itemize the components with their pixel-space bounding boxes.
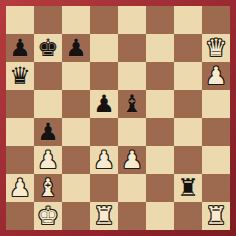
square-f6[interactable]: [146, 62, 174, 90]
piece-white-bishop[interactable]: ♝: [37, 174, 59, 202]
square-b3[interactable]: ♟: [34, 146, 62, 174]
piece-white-pawn[interactable]: ♟: [37, 146, 59, 174]
square-b1[interactable]: ♚: [34, 202, 62, 230]
piece-black-rook[interactable]: ♜: [177, 174, 199, 202]
square-g2[interactable]: ♜: [174, 174, 202, 202]
square-c5[interactable]: [62, 90, 90, 118]
square-f2[interactable]: [146, 174, 174, 202]
square-c8[interactable]: [62, 6, 90, 34]
square-d1[interactable]: ♜: [90, 202, 118, 230]
piece-black-pawn[interactable]: ♟: [93, 90, 115, 118]
square-g7[interactable]: [174, 34, 202, 62]
square-a1[interactable]: [6, 202, 34, 230]
square-c4[interactable]: [62, 118, 90, 146]
square-f3[interactable]: [146, 146, 174, 174]
square-f4[interactable]: [146, 118, 174, 146]
square-d3[interactable]: ♟: [90, 146, 118, 174]
square-b5[interactable]: [34, 90, 62, 118]
square-b4[interactable]: ♟: [34, 118, 62, 146]
square-g8[interactable]: [174, 6, 202, 34]
square-f8[interactable]: [146, 6, 174, 34]
square-d6[interactable]: [90, 62, 118, 90]
square-g3[interactable]: [174, 146, 202, 174]
piece-black-queen[interactable]: ♛: [9, 62, 31, 90]
piece-white-pawn[interactable]: ♟: [93, 146, 115, 174]
piece-white-rook[interactable]: ♜: [205, 202, 227, 230]
piece-black-king[interactable]: ♚: [37, 34, 59, 62]
square-c7[interactable]: ♟: [62, 34, 90, 62]
square-c1[interactable]: [62, 202, 90, 230]
square-h6[interactable]: ♟: [202, 62, 230, 90]
square-f7[interactable]: [146, 34, 174, 62]
piece-white-pawn[interactable]: ♟: [121, 146, 143, 174]
square-e2[interactable]: [118, 174, 146, 202]
square-g1[interactable]: [174, 202, 202, 230]
square-a6[interactable]: ♛: [6, 62, 34, 90]
square-g6[interactable]: [174, 62, 202, 90]
square-c3[interactable]: [62, 146, 90, 174]
square-b2[interactable]: ♝: [34, 174, 62, 202]
square-a2[interactable]: ♟: [6, 174, 34, 202]
square-d8[interactable]: [90, 6, 118, 34]
square-h3[interactable]: [202, 146, 230, 174]
square-e3[interactable]: ♟: [118, 146, 146, 174]
square-e7[interactable]: [118, 34, 146, 62]
square-h4[interactable]: [202, 118, 230, 146]
square-e1[interactable]: [118, 202, 146, 230]
square-h5[interactable]: [202, 90, 230, 118]
square-c6[interactable]: [62, 62, 90, 90]
square-e4[interactable]: [118, 118, 146, 146]
square-h2[interactable]: [202, 174, 230, 202]
square-b7[interactable]: ♚: [34, 34, 62, 62]
square-d7[interactable]: [90, 34, 118, 62]
square-a4[interactable]: [6, 118, 34, 146]
square-e6[interactable]: [118, 62, 146, 90]
piece-black-pawn[interactable]: ♟: [37, 118, 59, 146]
square-b6[interactable]: [34, 62, 62, 90]
piece-white-rook[interactable]: ♜: [93, 202, 115, 230]
square-a7[interactable]: ♟: [6, 34, 34, 62]
piece-black-pawn[interactable]: ♟: [65, 34, 87, 62]
square-h7[interactable]: ♛: [202, 34, 230, 62]
piece-white-king[interactable]: ♚: [37, 202, 59, 230]
square-f5[interactable]: [146, 90, 174, 118]
square-h1[interactable]: ♜: [202, 202, 230, 230]
square-g5[interactable]: [174, 90, 202, 118]
piece-black-bishop[interactable]: ♝: [121, 90, 143, 118]
square-c2[interactable]: [62, 174, 90, 202]
square-a5[interactable]: [6, 90, 34, 118]
square-f1[interactable]: [146, 202, 174, 230]
square-g4[interactable]: [174, 118, 202, 146]
square-a3[interactable]: [6, 146, 34, 174]
square-d2[interactable]: [90, 174, 118, 202]
square-d4[interactable]: [90, 118, 118, 146]
square-b8[interactable]: [34, 6, 62, 34]
piece-white-pawn[interactable]: ♟: [9, 174, 31, 202]
board-frame: ♟♚♟♛♛♟♟♝♟♟♟♟♟♝♜♚♜♜: [0, 0, 236, 236]
square-h8[interactable]: [202, 6, 230, 34]
piece-black-pawn[interactable]: ♟: [9, 34, 31, 62]
chess-board: ♟♚♟♛♛♟♟♝♟♟♟♟♟♝♜♚♜♜: [6, 6, 230, 230]
square-e8[interactable]: [118, 6, 146, 34]
piece-white-queen[interactable]: ♛: [205, 34, 227, 62]
square-a8[interactable]: [6, 6, 34, 34]
square-d5[interactable]: ♟: [90, 90, 118, 118]
piece-white-pawn[interactable]: ♟: [205, 62, 227, 90]
square-e5[interactable]: ♝: [118, 90, 146, 118]
